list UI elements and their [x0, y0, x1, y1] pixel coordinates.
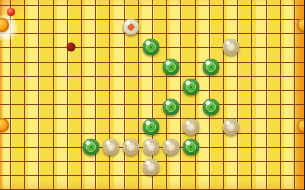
edge-ornament-orange-ball	[297, 18, 305, 32]
white-stone[interactable]	[223, 119, 240, 136]
green-stone[interactable]	[203, 99, 220, 116]
gomoku-board[interactable]	[0, 0, 304, 190]
grid-hline	[0, 90, 304, 91]
green-stone[interactable]	[83, 139, 100, 156]
grid-hline	[0, 5, 304, 6]
grid-hline	[0, 62, 304, 63]
edge-ornament-orange-ball	[0, 118, 9, 132]
white-stone[interactable]	[123, 139, 140, 156]
green-stone[interactable]	[183, 139, 200, 156]
green-stone[interactable]	[203, 59, 220, 76]
white-stone[interactable]	[143, 159, 160, 176]
grid-hline	[0, 19, 304, 20]
grid-hline	[0, 76, 304, 77]
white-stone[interactable]	[163, 139, 180, 156]
green-stone[interactable]	[163, 99, 180, 116]
edge-ornament-orange-ball	[297, 119, 305, 133]
green-stone[interactable]	[143, 119, 160, 136]
grid-hline	[0, 33, 304, 34]
white-stone-last-move[interactable]	[123, 19, 140, 36]
green-stone[interactable]	[183, 79, 200, 96]
white-stone[interactable]	[223, 39, 240, 56]
grid-hline	[0, 189, 304, 190]
white-stone[interactable]	[183, 119, 200, 136]
green-stone[interactable]	[163, 59, 180, 76]
dark-red-dot-marker	[67, 43, 76, 52]
game-screen	[0, 0, 304, 190]
grid-hline	[0, 104, 304, 105]
white-stone[interactable]	[143, 139, 160, 156]
green-stone[interactable]	[143, 39, 160, 56]
white-stone[interactable]	[103, 139, 120, 156]
